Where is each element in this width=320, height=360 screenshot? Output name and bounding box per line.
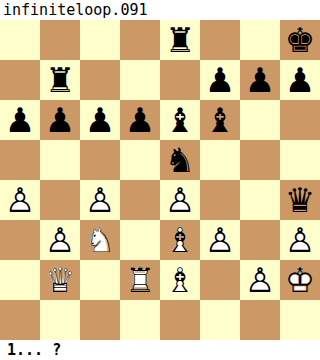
square-d2[interactable]: ♜♖ — [120, 260, 160, 300]
square-d1[interactable] — [120, 300, 160, 340]
piece-black-pawn: ♟ — [200, 60, 240, 100]
square-b8[interactable] — [40, 20, 80, 60]
square-f1[interactable] — [200, 300, 240, 340]
square-d6[interactable]: ♟ — [120, 100, 160, 140]
square-f7[interactable]: ♟ — [200, 60, 240, 100]
piece-white-queen: ♕ — [40, 260, 80, 300]
square-b4[interactable] — [40, 180, 80, 220]
square-h6[interactable] — [280, 100, 320, 140]
square-g8[interactable] — [240, 20, 280, 60]
piece-black-rook: ♜ — [160, 20, 200, 60]
square-b1[interactable] — [40, 300, 80, 340]
square-b6[interactable]: ♟ — [40, 100, 80, 140]
piece-white-knight: ♘ — [80, 220, 120, 260]
square-e2[interactable]: ♝♗ — [160, 260, 200, 300]
square-e4[interactable]: ♟♙ — [160, 180, 200, 220]
square-b3[interactable]: ♟♙ — [40, 220, 80, 260]
piece-black-pawn: ♟ — [280, 60, 320, 100]
piece-white-bishop: ♗ — [160, 220, 200, 260]
square-g3[interactable] — [240, 220, 280, 260]
square-h4[interactable]: ♛ — [280, 180, 320, 220]
square-a6[interactable]: ♟ — [0, 100, 40, 140]
square-b7[interactable]: ♜ — [40, 60, 80, 100]
piece-black-rook: ♜ — [40, 60, 80, 100]
piece-white-pawn: ♙ — [0, 180, 40, 220]
square-e7[interactable] — [160, 60, 200, 100]
title-bar: infiniteloop.091 — [0, 0, 320, 20]
square-g6[interactable] — [240, 100, 280, 140]
square-h8[interactable]: ♚ — [280, 20, 320, 60]
chess-board: ♜♚♜♟♟♟♟♟♟♟♝♝♞♟♙♟♙♟♙♛♟♙♞♘♝♗♟♙♟♙♛♕♜♖♝♗♟♙♚♔ — [0, 20, 320, 340]
square-f3[interactable]: ♟♙ — [200, 220, 240, 260]
square-c2[interactable] — [80, 260, 120, 300]
square-a8[interactable] — [0, 20, 40, 60]
square-c8[interactable] — [80, 20, 120, 60]
square-f8[interactable] — [200, 20, 240, 60]
square-h3[interactable]: ♟♙ — [280, 220, 320, 260]
square-e1[interactable] — [160, 300, 200, 340]
square-a2[interactable] — [0, 260, 40, 300]
piece-white-pawn: ♙ — [280, 220, 320, 260]
piece-white-bishop: ♗ — [160, 260, 200, 300]
square-g7[interactable]: ♟ — [240, 60, 280, 100]
piece-white-pawn: ♙ — [200, 220, 240, 260]
square-c4[interactable]: ♟♙ — [80, 180, 120, 220]
piece-white-king: ♔ — [280, 260, 320, 300]
square-g2[interactable]: ♟♙ — [240, 260, 280, 300]
piece-black-pawn: ♟ — [120, 100, 160, 140]
square-a7[interactable] — [0, 60, 40, 100]
piece-black-bishop: ♝ — [200, 100, 240, 140]
square-d7[interactable] — [120, 60, 160, 100]
square-d5[interactable] — [120, 140, 160, 180]
square-c7[interactable] — [80, 60, 120, 100]
square-g5[interactable] — [240, 140, 280, 180]
square-d3[interactable] — [120, 220, 160, 260]
square-h7[interactable]: ♟ — [280, 60, 320, 100]
square-d4[interactable] — [120, 180, 160, 220]
square-g4[interactable] — [240, 180, 280, 220]
piece-white-pawn: ♙ — [160, 180, 200, 220]
square-d8[interactable] — [120, 20, 160, 60]
piece-black-pawn: ♟ — [240, 60, 280, 100]
square-e8[interactable]: ♜ — [160, 20, 200, 60]
piece-black-bishop: ♝ — [160, 100, 200, 140]
square-f4[interactable] — [200, 180, 240, 220]
square-f2[interactable] — [200, 260, 240, 300]
square-a3[interactable] — [0, 220, 40, 260]
square-h2[interactable]: ♚♔ — [280, 260, 320, 300]
piece-black-pawn: ♟ — [80, 100, 120, 140]
piece-black-queen: ♛ — [280, 180, 320, 220]
piece-black-king: ♚ — [280, 20, 320, 60]
square-a5[interactable] — [0, 140, 40, 180]
square-c3[interactable]: ♞♘ — [80, 220, 120, 260]
square-b5[interactable] — [40, 140, 80, 180]
square-c5[interactable] — [80, 140, 120, 180]
square-e3[interactable]: ♝♗ — [160, 220, 200, 260]
square-h5[interactable] — [280, 140, 320, 180]
square-b2[interactable]: ♛♕ — [40, 260, 80, 300]
square-g1[interactable] — [240, 300, 280, 340]
square-c6[interactable]: ♟ — [80, 100, 120, 140]
square-f5[interactable] — [200, 140, 240, 180]
status-bar: 1... ? — [0, 340, 320, 360]
piece-black-knight: ♞ — [160, 140, 200, 180]
piece-white-rook: ♖ — [120, 260, 160, 300]
square-e5[interactable]: ♞ — [160, 140, 200, 180]
square-c1[interactable] — [80, 300, 120, 340]
puzzle-title: infiniteloop.091 — [3, 1, 148, 19]
square-a4[interactable]: ♟♙ — [0, 180, 40, 220]
piece-black-pawn: ♟ — [0, 100, 40, 140]
piece-white-pawn: ♙ — [240, 260, 280, 300]
move-prompt: 1... ? — [7, 341, 61, 359]
piece-white-pawn: ♙ — [80, 180, 120, 220]
piece-black-pawn: ♟ — [40, 100, 80, 140]
square-f6[interactable]: ♝ — [200, 100, 240, 140]
square-h1[interactable] — [280, 300, 320, 340]
piece-white-pawn: ♙ — [40, 220, 80, 260]
square-a1[interactable] — [0, 300, 40, 340]
square-e6[interactable]: ♝ — [160, 100, 200, 140]
